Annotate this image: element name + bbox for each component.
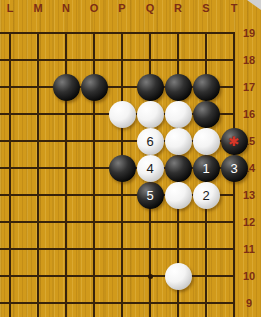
row-label-16: 16 [237, 108, 261, 120]
row-label-13: 13 [237, 189, 261, 201]
column-label-M: M [28, 2, 48, 14]
grid-hline-9 [0, 302, 235, 304]
stone-black-T15: ✱ [221, 128, 248, 155]
stone-black-S14: 1 [193, 155, 220, 182]
row-label-12: 12 [237, 216, 261, 228]
row-label-11: 11 [237, 243, 261, 255]
column-label-O: O [84, 2, 104, 14]
stone-black-N17 [53, 74, 80, 101]
stone-white-R15 [165, 128, 192, 155]
column-label-L: L [0, 2, 20, 14]
stone-black-S16 [193, 101, 220, 128]
row-label-19: 19 [237, 27, 261, 39]
column-label-R: R [168, 2, 188, 14]
stone-white-Q15: 6 [137, 128, 164, 155]
grid-hline-18 [0, 59, 235, 61]
star-point-Q10 [148, 274, 153, 279]
stone-white-S13: 2 [193, 182, 220, 209]
stone-white-R10 [165, 263, 192, 290]
stone-white-R13 [165, 182, 192, 209]
stone-white-R16 [165, 101, 192, 128]
grid-hline-12 [0, 221, 235, 223]
screen-corner-artifact [247, 0, 261, 10]
row-label-18: 18 [237, 54, 261, 66]
column-label-Q: Q [140, 2, 160, 14]
grid-hline-11 [0, 248, 235, 250]
stone-black-S17 [193, 74, 220, 101]
marked-stone-icon: ✱ [221, 128, 248, 155]
row-label-17: 17 [237, 81, 261, 93]
column-label-P: P [112, 2, 132, 14]
stone-black-O17 [81, 74, 108, 101]
stone-black-T14: 3 [221, 155, 248, 182]
move-number-6: 6 [137, 128, 164, 155]
stone-white-Q16 [137, 101, 164, 128]
move-number-2: 2 [193, 182, 220, 209]
grid-vline-L [9, 32, 11, 317]
grid-hline-19 [0, 32, 235, 34]
grid-vline-M [37, 32, 39, 317]
move-number-1: 1 [193, 155, 220, 182]
stone-black-R17 [165, 74, 192, 101]
move-number-3: 3 [221, 155, 248, 182]
stone-white-P16 [109, 101, 136, 128]
move-number-5: 5 [137, 182, 164, 209]
row-label-10: 10 [237, 270, 261, 282]
grid-hline-10 [0, 275, 235, 277]
row-label-9: 9 [237, 297, 261, 309]
stone-white-S15 [193, 128, 220, 155]
column-label-T: T [224, 2, 244, 14]
column-label-S: S [196, 2, 216, 14]
stone-black-P14 [109, 155, 136, 182]
move-number-4: 4 [137, 155, 164, 182]
stone-black-Q13: 5 [137, 182, 164, 209]
stone-white-Q14: 4 [137, 155, 164, 182]
stone-black-Q17 [137, 74, 164, 101]
column-label-N: N [56, 2, 76, 14]
go-board-screen: LMNOPQRST191817161514131211109✱135642 [0, 0, 261, 317]
stone-black-R14 [165, 155, 192, 182]
